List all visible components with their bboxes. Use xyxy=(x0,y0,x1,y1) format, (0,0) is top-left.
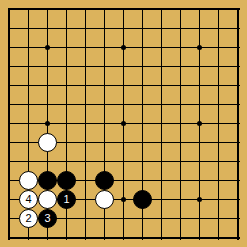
intersection-E7[interactable] xyxy=(76,114,95,133)
grid-line-vertical xyxy=(199,95,200,114)
intersection-N3[interactable] xyxy=(228,190,247,209)
grid-line-vertical xyxy=(28,228,29,240)
intersection-D12[interactable] xyxy=(57,19,76,38)
grid-line-vertical xyxy=(142,95,143,114)
grid-line-vertical xyxy=(123,228,124,240)
grid-line-vertical xyxy=(66,38,67,57)
intersection-N11[interactable] xyxy=(228,38,247,57)
intersection-L9[interactable] xyxy=(190,76,209,95)
intersection-G4[interactable] xyxy=(114,171,133,190)
grid-line-vertical xyxy=(28,95,29,114)
grid-line-vertical xyxy=(161,133,162,152)
intersection-B1[interactable] xyxy=(19,228,38,247)
grid-line-vertical xyxy=(161,57,162,76)
intersection-B5[interactable] xyxy=(19,152,38,171)
intersection-A9[interactable] xyxy=(0,76,19,95)
intersection-A4[interactable] xyxy=(0,171,19,190)
intersection-H13[interactable] xyxy=(133,0,152,19)
black-stone-C2: 3 xyxy=(38,209,57,228)
grid-line-vertical xyxy=(161,76,162,95)
intersection-J6[interactable] xyxy=(152,133,171,152)
intersection-C9[interactable] xyxy=(38,76,57,95)
grid-line-vertical xyxy=(85,152,86,171)
intersection-L4[interactable] xyxy=(190,171,209,190)
grid-line-vertical xyxy=(142,19,143,38)
intersection-K6[interactable] xyxy=(171,133,190,152)
grid-line-vertical xyxy=(161,114,162,133)
intersection-L3[interactable] xyxy=(190,190,209,209)
intersection-L6[interactable] xyxy=(190,133,209,152)
intersection-K8[interactable] xyxy=(171,95,190,114)
grid-line-vertical xyxy=(66,228,67,240)
intersection-H8[interactable] xyxy=(133,95,152,114)
intersection-A8[interactable] xyxy=(0,95,19,114)
intersection-K9[interactable] xyxy=(171,76,190,95)
intersection-N12[interactable] xyxy=(228,19,247,38)
intersection-J12[interactable] xyxy=(152,19,171,38)
grid-line-vertical xyxy=(66,152,67,171)
intersection-A13[interactable] xyxy=(0,0,19,19)
intersection-L7[interactable] xyxy=(190,114,209,133)
intersection-E13[interactable] xyxy=(76,0,95,19)
intersection-B6[interactable] xyxy=(19,133,38,152)
intersection-M6[interactable] xyxy=(209,133,228,152)
intersection-B11[interactable] xyxy=(19,38,38,57)
intersection-M1[interactable] xyxy=(209,228,228,247)
grid-line-vertical xyxy=(161,152,162,171)
intersection-J9[interactable] xyxy=(152,76,171,95)
grid-line-vertical xyxy=(237,171,239,190)
intersection-K5[interactable] xyxy=(171,152,190,171)
grid-line-vertical xyxy=(218,190,219,209)
intersection-N13[interactable] xyxy=(228,0,247,19)
intersection-L8[interactable] xyxy=(190,95,209,114)
intersection-J4[interactable] xyxy=(152,171,171,190)
grid-line-vertical xyxy=(85,190,86,209)
grid-line-vertical xyxy=(28,8,29,19)
grid-line-vertical xyxy=(85,209,86,228)
intersection-E11[interactable] xyxy=(76,38,95,57)
intersection-C8[interactable] xyxy=(38,95,57,114)
intersection-D1[interactable] xyxy=(57,228,76,247)
intersection-A7[interactable] xyxy=(0,114,19,133)
grid-line-vertical xyxy=(180,209,181,228)
intersection-H11[interactable] xyxy=(133,38,152,57)
grid-line-vertical xyxy=(237,190,239,209)
grid-line-vertical xyxy=(237,152,239,171)
grid-line-vertical xyxy=(104,76,105,95)
intersection-E3[interactable] xyxy=(76,190,95,209)
intersection-G11[interactable] xyxy=(114,38,133,57)
grid-line-vertical xyxy=(142,38,143,57)
intersection-D9[interactable] xyxy=(57,76,76,95)
intersection-E4[interactable] xyxy=(76,171,95,190)
intersection-B8[interactable] xyxy=(19,95,38,114)
grid-line-vertical xyxy=(104,8,105,19)
intersection-M3[interactable] xyxy=(209,190,228,209)
grid-line-vertical xyxy=(218,209,219,228)
grid-line-vertical xyxy=(8,95,10,114)
grid-line-vertical xyxy=(8,228,10,240)
intersection-D7[interactable] xyxy=(57,114,76,133)
intersection-K12[interactable] xyxy=(171,19,190,38)
intersection-N9[interactable] xyxy=(228,76,247,95)
intersection-C1[interactable] xyxy=(38,228,57,247)
grid-line-vertical xyxy=(85,76,86,95)
grid-line-vertical xyxy=(47,19,48,38)
intersection-F11[interactable] xyxy=(95,38,114,57)
grid-line-vertical xyxy=(8,38,10,57)
grid-line-vertical xyxy=(180,228,181,240)
grid-line-vertical xyxy=(199,171,200,190)
grid-line-vertical xyxy=(66,95,67,114)
intersection-B12[interactable] xyxy=(19,19,38,38)
grid-line-vertical xyxy=(47,57,48,76)
grid-line-vertical xyxy=(237,19,239,38)
grid-line-vertical xyxy=(180,38,181,57)
intersection-D8[interactable] xyxy=(57,95,76,114)
intersection-F3[interactable] xyxy=(95,190,114,209)
white-stone-B3: 4 xyxy=(19,190,38,209)
intersection-N6[interactable] xyxy=(228,133,247,152)
intersection-H6[interactable] xyxy=(133,133,152,152)
grid-line-vertical xyxy=(47,76,48,95)
grid-line-vertical xyxy=(8,19,10,38)
intersection-C3[interactable] xyxy=(38,190,57,209)
intersection-A5[interactable] xyxy=(0,152,19,171)
grid-line-vertical xyxy=(85,19,86,38)
white-stone-B4 xyxy=(19,171,38,190)
grid-line-vertical xyxy=(123,152,124,171)
grid-line-vertical xyxy=(161,38,162,57)
grid-line-vertical xyxy=(104,95,105,114)
intersection-D6[interactable] xyxy=(57,133,76,152)
grid-line-vertical xyxy=(237,76,239,95)
intersection-M7[interactable] xyxy=(209,114,228,133)
grid-line-vertical xyxy=(47,228,48,240)
intersection-J7[interactable] xyxy=(152,114,171,133)
grid-line-vertical xyxy=(237,8,239,19)
grid-line-vertical xyxy=(28,38,29,57)
star-point xyxy=(45,121,50,126)
black-stone-H3 xyxy=(133,190,152,209)
grid-line-vertical xyxy=(237,38,239,57)
intersection-F5[interactable] xyxy=(95,152,114,171)
grid-line-vertical xyxy=(237,228,239,240)
grid-line-vertical xyxy=(180,114,181,133)
grid-line-vertical xyxy=(142,114,143,133)
black-stone-D3: 1 xyxy=(57,190,76,209)
intersection-D11[interactable] xyxy=(57,38,76,57)
intersection-D5[interactable] xyxy=(57,152,76,171)
intersection-F2[interactable] xyxy=(95,209,114,228)
intersection-E6[interactable] xyxy=(76,133,95,152)
grid-line-vertical xyxy=(218,152,219,171)
grid-line-vertical xyxy=(199,133,200,152)
intersection-E1[interactable] xyxy=(76,228,95,247)
grid-line-vertical xyxy=(218,228,219,240)
intersection-G2[interactable] xyxy=(114,209,133,228)
grid-line-vertical xyxy=(161,228,162,240)
intersection-F6[interactable] xyxy=(95,133,114,152)
grid-line-vertical xyxy=(161,190,162,209)
intersection-N10[interactable] xyxy=(228,57,247,76)
intersection-J13[interactable] xyxy=(152,0,171,19)
grid-line-vertical xyxy=(199,228,200,240)
grid-line-vertical xyxy=(161,8,162,19)
white-stone-C6 xyxy=(38,133,57,152)
move-number: 1 xyxy=(63,194,69,205)
grid-line-vertical xyxy=(161,19,162,38)
intersection-H1[interactable] xyxy=(133,228,152,247)
intersection-F12[interactable] xyxy=(95,19,114,38)
grid-line-vertical xyxy=(199,209,200,228)
intersection-H9[interactable] xyxy=(133,76,152,95)
grid-line-vertical xyxy=(123,19,124,38)
intersection-F7[interactable] xyxy=(95,114,114,133)
intersection-N8[interactable] xyxy=(228,95,247,114)
intersection-M9[interactable] xyxy=(209,76,228,95)
intersection-B13[interactable] xyxy=(19,0,38,19)
grid-line-vertical xyxy=(8,171,10,190)
intersection-L2[interactable] xyxy=(190,209,209,228)
intersection-J3[interactable] xyxy=(152,190,171,209)
grid-line-vertical xyxy=(123,209,124,228)
intersection-C2[interactable]: 3 xyxy=(38,209,57,228)
grid-line-vertical xyxy=(8,152,10,171)
intersection-N5[interactable] xyxy=(228,152,247,171)
intersection-D13[interactable] xyxy=(57,0,76,19)
intersection-M13[interactable] xyxy=(209,0,228,19)
intersection-E5[interactable] xyxy=(76,152,95,171)
grid-line-vertical xyxy=(85,95,86,114)
grid-line-vertical xyxy=(180,8,181,19)
intersection-A12[interactable] xyxy=(0,19,19,38)
intersection-B10[interactable] xyxy=(19,57,38,76)
black-stone-C4 xyxy=(38,171,57,190)
grid-line-vertical xyxy=(104,57,105,76)
grid-line-vertical xyxy=(199,19,200,38)
intersection-J1[interactable] xyxy=(152,228,171,247)
intersection-M10[interactable] xyxy=(209,57,228,76)
intersection-C13[interactable] xyxy=(38,0,57,19)
intersection-B9[interactable] xyxy=(19,76,38,95)
intersection-M2[interactable] xyxy=(209,209,228,228)
intersection-C10[interactable] xyxy=(38,57,57,76)
intersection-C4[interactable] xyxy=(38,171,57,190)
grid-line-vertical xyxy=(47,8,48,19)
intersection-J10[interactable] xyxy=(152,57,171,76)
intersection-E10[interactable] xyxy=(76,57,95,76)
intersection-G5[interactable] xyxy=(114,152,133,171)
intersection-A6[interactable] xyxy=(0,133,19,152)
grid-line-vertical xyxy=(142,8,143,19)
intersection-G6[interactable] xyxy=(114,133,133,152)
intersection-F1[interactable] xyxy=(95,228,114,247)
grid-line-vertical xyxy=(8,209,10,228)
grid-line-vertical xyxy=(28,76,29,95)
intersection-A2[interactable] xyxy=(0,209,19,228)
grid-line-vertical xyxy=(8,8,10,19)
intersection-E2[interactable] xyxy=(76,209,95,228)
intersection-K1[interactable] xyxy=(171,228,190,247)
grid-line-vertical xyxy=(142,228,143,240)
intersection-C5[interactable] xyxy=(38,152,57,171)
intersection-B7[interactable] xyxy=(19,114,38,133)
intersection-N4[interactable] xyxy=(228,171,247,190)
intersection-G8[interactable] xyxy=(114,95,133,114)
intersection-N7[interactable] xyxy=(228,114,247,133)
grid-line-vertical xyxy=(104,114,105,133)
intersection-K2[interactable] xyxy=(171,209,190,228)
grid-line-vertical xyxy=(66,114,67,133)
grid-line-vertical xyxy=(28,152,29,171)
intersection-A1[interactable] xyxy=(0,228,19,247)
intersection-K11[interactable] xyxy=(171,38,190,57)
intersection-L1[interactable] xyxy=(190,228,209,247)
grid-line-vertical xyxy=(85,171,86,190)
intersection-L10[interactable] xyxy=(190,57,209,76)
black-stone-F4 xyxy=(95,171,114,190)
intersection-A10[interactable] xyxy=(0,57,19,76)
grid-line-vertical xyxy=(104,19,105,38)
intersection-E8[interactable] xyxy=(76,95,95,114)
intersection-C6[interactable] xyxy=(38,133,57,152)
intersection-N2[interactable] xyxy=(228,209,247,228)
grid-line-vertical xyxy=(8,190,10,209)
intersection-H10[interactable] xyxy=(133,57,152,76)
grid-line-vertical xyxy=(142,209,143,228)
intersection-G3[interactable] xyxy=(114,190,133,209)
grid-line-vertical xyxy=(199,152,200,171)
grid-line-vertical xyxy=(8,133,10,152)
grid-line-vertical xyxy=(218,95,219,114)
intersection-J2[interactable] xyxy=(152,209,171,228)
grid-line-vertical xyxy=(142,133,143,152)
intersection-F4[interactable] xyxy=(95,171,114,190)
intersection-G13[interactable] xyxy=(114,0,133,19)
grid-line-vertical xyxy=(85,8,86,19)
intersection-H3[interactable] xyxy=(133,190,152,209)
intersection-H5[interactable] xyxy=(133,152,152,171)
intersection-C7[interactable] xyxy=(38,114,57,133)
intersection-N1[interactable] xyxy=(228,228,247,247)
intersection-B2[interactable]: 2 xyxy=(19,209,38,228)
grid-line-vertical xyxy=(47,152,48,171)
intersection-M8[interactable] xyxy=(209,95,228,114)
intersection-B4[interactable] xyxy=(19,171,38,190)
intersection-F8[interactable] xyxy=(95,95,114,114)
grid-line-vertical xyxy=(28,19,29,38)
intersection-M5[interactable] xyxy=(209,152,228,171)
intersection-L12[interactable] xyxy=(190,19,209,38)
intersection-K7[interactable] xyxy=(171,114,190,133)
go-board-diagram: 4123 xyxy=(0,0,247,247)
intersection-C11[interactable] xyxy=(38,38,57,57)
star-point xyxy=(197,45,202,50)
intersection-L5[interactable] xyxy=(190,152,209,171)
intersection-D4[interactable] xyxy=(57,171,76,190)
intersection-K13[interactable] xyxy=(171,0,190,19)
intersection-F9[interactable] xyxy=(95,76,114,95)
intersection-B3[interactable]: 4 xyxy=(19,190,38,209)
intersection-E12[interactable] xyxy=(76,19,95,38)
intersection-F13[interactable] xyxy=(95,0,114,19)
intersection-D10[interactable] xyxy=(57,57,76,76)
grid-line-vertical xyxy=(85,228,86,240)
intersection-D2[interactable] xyxy=(57,209,76,228)
intersection-M12[interactable] xyxy=(209,19,228,38)
intersection-D3[interactable]: 1 xyxy=(57,190,76,209)
grid-line-vertical xyxy=(218,57,219,76)
grid-line-vertical xyxy=(180,171,181,190)
intersection-G7[interactable] xyxy=(114,114,133,133)
intersection-H12[interactable] xyxy=(133,19,152,38)
intersection-J5[interactable] xyxy=(152,152,171,171)
grid-line-vertical xyxy=(104,133,105,152)
intersection-C12[interactable] xyxy=(38,19,57,38)
star-point xyxy=(121,197,126,202)
grid-line-vertical xyxy=(142,152,143,171)
grid-line-vertical xyxy=(66,133,67,152)
star-point xyxy=(197,121,202,126)
intersection-M4[interactable] xyxy=(209,171,228,190)
intersection-H2[interactable] xyxy=(133,209,152,228)
grid-line-vertical xyxy=(180,19,181,38)
white-stone-F3 xyxy=(95,190,114,209)
star-point xyxy=(45,45,50,50)
intersection-L13[interactable] xyxy=(190,0,209,19)
intersection-G10[interactable] xyxy=(114,57,133,76)
grid-line-vertical xyxy=(66,57,67,76)
grid-line-vertical xyxy=(28,114,29,133)
grid-line-vertical xyxy=(180,133,181,152)
intersection-M11[interactable] xyxy=(209,38,228,57)
grid-line-vertical xyxy=(85,133,86,152)
intersection-A11[interactable] xyxy=(0,38,19,57)
grid-line-vertical xyxy=(85,38,86,57)
intersection-F10[interactable] xyxy=(95,57,114,76)
intersection-A3[interactable] xyxy=(0,190,19,209)
intersection-J11[interactable] xyxy=(152,38,171,57)
grid-line-vertical xyxy=(180,57,181,76)
grid-line-vertical xyxy=(123,76,124,95)
star-point xyxy=(121,45,126,50)
grid-line-vertical xyxy=(180,76,181,95)
intersection-H4[interactable] xyxy=(133,171,152,190)
intersection-K3[interactable] xyxy=(171,190,190,209)
grid-line-vertical xyxy=(180,152,181,171)
intersection-K4[interactable] xyxy=(171,171,190,190)
grid-line-vertical xyxy=(123,57,124,76)
grid-line-vertical xyxy=(66,19,67,38)
intersection-G9[interactable] xyxy=(114,76,133,95)
intersection-H7[interactable] xyxy=(133,114,152,133)
grid-line-vertical xyxy=(237,57,239,76)
intersection-K10[interactable] xyxy=(171,57,190,76)
intersection-G12[interactable] xyxy=(114,19,133,38)
intersection-E9[interactable] xyxy=(76,76,95,95)
intersection-J8[interactable] xyxy=(152,95,171,114)
black-stone-D4 xyxy=(57,171,76,190)
go-board[interactable]: 4123 xyxy=(0,0,247,247)
grid-line-vertical xyxy=(142,171,143,190)
intersection-L11[interactable] xyxy=(190,38,209,57)
grid-line-vertical xyxy=(8,76,10,95)
grid-line-vertical xyxy=(218,133,219,152)
grid-line-vertical xyxy=(237,114,239,133)
intersection-G1[interactable] xyxy=(114,228,133,247)
